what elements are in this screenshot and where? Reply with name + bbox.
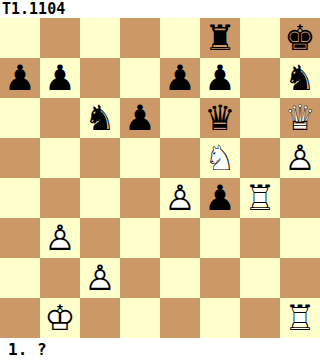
square-g2[interactable] xyxy=(240,258,280,298)
piece-white-queen: ♛♕ xyxy=(280,98,320,138)
square-b7[interactable]: ♟ xyxy=(40,58,80,98)
square-a2[interactable] xyxy=(0,258,40,298)
square-h6[interactable]: ♛♕ xyxy=(280,98,320,138)
square-a3[interactable] xyxy=(0,218,40,258)
piece-black-queen: ♛ xyxy=(200,98,240,138)
piece-outline: ♙ xyxy=(280,138,320,178)
piece-black-pawn: ♟ xyxy=(200,58,240,98)
piece-white-knight: ♞♘ xyxy=(200,138,240,178)
chess-board: ♜♚♟♟♟♟♞♞♟♛♛♕♞♘♟♙♟♙♟♜♖♟♙♟♙♚♔♜♖ xyxy=(0,18,320,338)
piece-outline: ♙ xyxy=(80,258,120,298)
piece-black-king: ♚ xyxy=(280,18,320,58)
square-g7[interactable] xyxy=(240,58,280,98)
square-d1[interactable] xyxy=(120,298,160,338)
square-h1[interactable]: ♜♖ xyxy=(280,298,320,338)
square-g8[interactable] xyxy=(240,18,280,58)
square-h4[interactable] xyxy=(280,178,320,218)
square-h3[interactable] xyxy=(280,218,320,258)
square-a6[interactable] xyxy=(0,98,40,138)
square-e2[interactable] xyxy=(160,258,200,298)
square-g1[interactable] xyxy=(240,298,280,338)
square-c7[interactable] xyxy=(80,58,120,98)
square-b2[interactable] xyxy=(40,258,80,298)
piece-outline: ♙ xyxy=(160,178,200,218)
square-d3[interactable] xyxy=(120,218,160,258)
square-h8[interactable]: ♚ xyxy=(280,18,320,58)
square-f6[interactable]: ♛ xyxy=(200,98,240,138)
square-c5[interactable] xyxy=(80,138,120,178)
square-e5[interactable] xyxy=(160,138,200,178)
square-f1[interactable] xyxy=(200,298,240,338)
piece-black-rook: ♜ xyxy=(200,18,240,58)
square-h7[interactable]: ♞ xyxy=(280,58,320,98)
square-d8[interactable] xyxy=(120,18,160,58)
square-f7[interactable]: ♟ xyxy=(200,58,240,98)
square-d7[interactable] xyxy=(120,58,160,98)
square-g4[interactable]: ♜♖ xyxy=(240,178,280,218)
square-b5[interactable] xyxy=(40,138,80,178)
square-a1[interactable] xyxy=(0,298,40,338)
move-prompt: 1. ? xyxy=(0,338,320,360)
piece-outline: ♖ xyxy=(280,298,320,338)
piece-black-pawn: ♟ xyxy=(40,58,80,98)
square-e6[interactable] xyxy=(160,98,200,138)
square-h5[interactable]: ♟♙ xyxy=(280,138,320,178)
square-d6[interactable]: ♟ xyxy=(120,98,160,138)
square-c2[interactable]: ♟♙ xyxy=(80,258,120,298)
square-b4[interactable] xyxy=(40,178,80,218)
piece-outline: ♖ xyxy=(240,178,280,218)
piece-outline: ♕ xyxy=(280,98,320,138)
piece-white-rook: ♜♖ xyxy=(240,178,280,218)
square-b1[interactable]: ♚♔ xyxy=(40,298,80,338)
piece-black-pawn: ♟ xyxy=(0,58,40,98)
square-h2[interactable] xyxy=(280,258,320,298)
square-e4[interactable]: ♟♙ xyxy=(160,178,200,218)
square-d2[interactable] xyxy=(120,258,160,298)
piece-black-pawn: ♟ xyxy=(120,98,160,138)
square-a4[interactable] xyxy=(0,178,40,218)
square-e8[interactable] xyxy=(160,18,200,58)
piece-white-pawn: ♟♙ xyxy=(40,218,80,258)
square-f8[interactable]: ♜ xyxy=(200,18,240,58)
square-b3[interactable]: ♟♙ xyxy=(40,218,80,258)
piece-black-knight: ♞ xyxy=(80,98,120,138)
square-c6[interactable]: ♞ xyxy=(80,98,120,138)
piece-outline: ♙ xyxy=(40,218,80,258)
piece-white-king: ♚♔ xyxy=(40,298,80,338)
piece-outline: ♘ xyxy=(200,138,240,178)
square-e1[interactable] xyxy=(160,298,200,338)
square-f2[interactable] xyxy=(200,258,240,298)
square-d5[interactable] xyxy=(120,138,160,178)
piece-white-pawn: ♟♙ xyxy=(160,178,200,218)
square-g3[interactable] xyxy=(240,218,280,258)
piece-white-rook: ♜♖ xyxy=(280,298,320,338)
square-b8[interactable] xyxy=(40,18,80,58)
square-g5[interactable] xyxy=(240,138,280,178)
square-f5[interactable]: ♞♘ xyxy=(200,138,240,178)
square-a8[interactable] xyxy=(0,18,40,58)
square-c3[interactable] xyxy=(80,218,120,258)
square-a5[interactable] xyxy=(0,138,40,178)
piece-black-pawn: ♟ xyxy=(160,58,200,98)
piece-black-knight: ♞ xyxy=(280,58,320,98)
square-e7[interactable]: ♟ xyxy=(160,58,200,98)
square-f3[interactable] xyxy=(200,218,240,258)
piece-white-pawn: ♟♙ xyxy=(280,138,320,178)
square-d4[interactable] xyxy=(120,178,160,218)
square-c1[interactable] xyxy=(80,298,120,338)
square-c4[interactable] xyxy=(80,178,120,218)
square-c8[interactable] xyxy=(80,18,120,58)
square-g6[interactable] xyxy=(240,98,280,138)
square-b6[interactable] xyxy=(40,98,80,138)
piece-outline: ♔ xyxy=(40,298,80,338)
square-a7[interactable]: ♟ xyxy=(0,58,40,98)
square-f4[interactable]: ♟ xyxy=(200,178,240,218)
piece-white-pawn: ♟♙ xyxy=(80,258,120,298)
puzzle-id: T1.1104 xyxy=(0,0,320,18)
chess-puzzle-app: T1.1104 ♜♚♟♟♟♟♞♞♟♛♛♕♞♘♟♙♟♙♟♜♖♟♙♟♙♚♔♜♖ 1.… xyxy=(0,0,320,360)
piece-black-pawn: ♟ xyxy=(200,178,240,218)
square-e3[interactable] xyxy=(160,218,200,258)
